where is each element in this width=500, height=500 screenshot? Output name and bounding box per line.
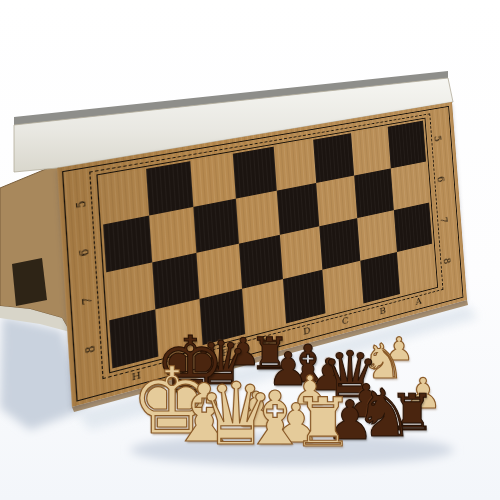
light-queen: ♛ — [197, 371, 274, 457]
light-rook: ♜ — [293, 389, 354, 457]
product-photo-scene: 55667788HGFEDCBA ♚♛♟♜♟♝♟♛♞♟♚♝♛♟♝♟♟♜♟♟♞♜♟ — [0, 0, 500, 500]
chess-pieces-group: ♚♛♟♜♟♝♟♛♞♟♚♝♛♟♝♟♟♜♟♟♞♜♟ — [0, 0, 500, 500]
